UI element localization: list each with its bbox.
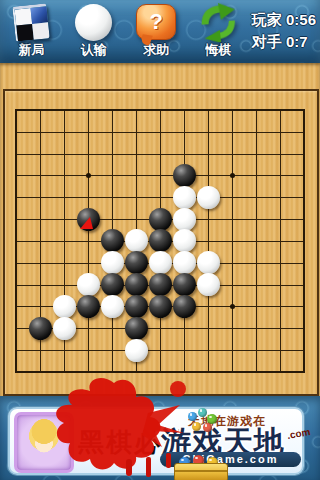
help-button[interactable]: ? 求助 — [125, 0, 187, 63]
black-stone — [125, 273, 148, 296]
black-stone — [173, 164, 196, 187]
white-stone — [77, 273, 100, 296]
help-bubble-icon: ? — [134, 0, 178, 44]
ad-url-fragment: .com — [286, 426, 311, 441]
white-stone — [125, 229, 148, 252]
last-move-marker — [77, 208, 100, 231]
ad-avatar-girl — [14, 412, 74, 473]
white-stone — [173, 208, 196, 231]
undo-button[interactable]: 悔棋 — [187, 0, 249, 63]
white-stone — [173, 229, 196, 252]
ad-area: 黑棋必胜 天地在游戏在 游戏天地 CbiGame.com .com — [0, 396, 320, 480]
black-stone — [173, 295, 196, 318]
toolbar: 新局 认输 ? 求助 悔棋 玩家 0:56 对手 — [0, 0, 320, 64]
black-stone — [149, 295, 172, 318]
white-stone — [149, 251, 172, 274]
black-stone — [149, 229, 172, 252]
white-stone — [53, 295, 76, 318]
opponent-timer: 对手 0:7 — [252, 33, 308, 52]
treasure-chest — [174, 463, 228, 480]
undo-label: 悔棋 — [206, 43, 232, 57]
undo-arrows-icon — [197, 0, 241, 44]
player-timer: 玩家 0:56 — [252, 11, 316, 30]
black-stone — [101, 229, 124, 252]
white-stone — [197, 186, 220, 209]
last-move-stone — [77, 208, 100, 231]
white-stone — [101, 251, 124, 274]
white-stone — [101, 295, 124, 318]
board-grid — [0, 63, 320, 396]
black-stone — [173, 273, 196, 296]
game-board[interactable] — [0, 63, 320, 396]
resign-button[interactable]: 认输 — [62, 0, 124, 63]
black-stone — [125, 251, 148, 274]
white-stone — [173, 186, 196, 209]
marble-blue — [188, 412, 197, 421]
marble-gold — [192, 422, 201, 431]
white-ball-icon — [72, 0, 116, 44]
game-screen: 新局 认输 ? 求助 悔棋 玩家 0:56 对手 — [0, 0, 320, 480]
marble-teal — [198, 408, 207, 417]
black-stone — [77, 295, 100, 318]
black-stone — [125, 295, 148, 318]
timers: 玩家 0:56 对手 0:7 — [250, 0, 320, 63]
white-stone — [125, 339, 148, 362]
black-stone — [125, 317, 148, 340]
resign-label: 认输 — [81, 43, 107, 57]
new-game-board-icon — [9, 0, 53, 44]
new-game-label: 新局 — [18, 43, 44, 57]
black-stone — [29, 317, 52, 340]
black-stone — [149, 208, 172, 231]
black-stone — [101, 273, 124, 296]
white-stone — [197, 251, 220, 274]
white-stone — [53, 317, 76, 340]
marble-red — [203, 423, 212, 432]
white-stone — [197, 273, 220, 296]
black-stone — [149, 273, 172, 296]
white-stone — [173, 251, 196, 274]
new-game-button[interactable]: 新局 — [0, 0, 62, 63]
